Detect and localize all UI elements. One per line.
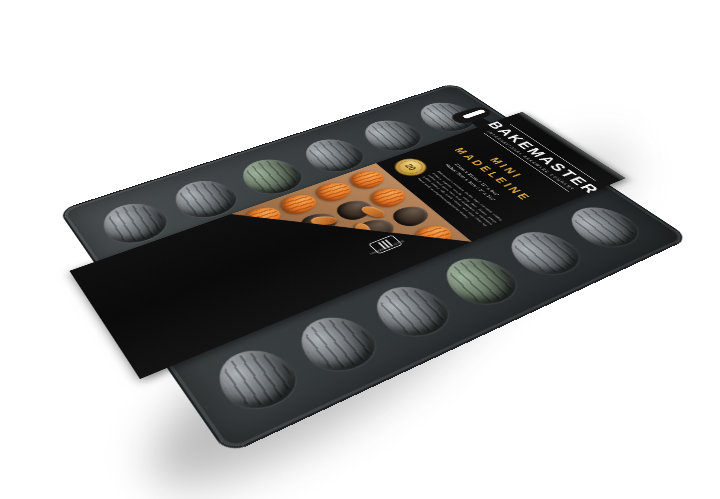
euro-slot-icon bbox=[462, 109, 486, 119]
product-photo-scene: BAKEMASTER INTERNATIONAL BAKEWARE COMPAN… bbox=[0, 0, 720, 499]
empty-photo-cavity bbox=[387, 203, 434, 230]
empty-photo-cavity bbox=[259, 223, 307, 251]
baked-madeleine bbox=[240, 204, 287, 231]
empty-photo-cavity bbox=[299, 264, 350, 296]
madeleine-cavity bbox=[205, 340, 308, 418]
baked-madeleine bbox=[410, 222, 459, 250]
madeleine-cavity bbox=[362, 278, 461, 344]
madeleine-cavity bbox=[432, 250, 528, 311]
empty-photo-cavity bbox=[337, 250, 387, 280]
madeleine-cavity bbox=[287, 308, 388, 379]
badge-number: 20 bbox=[403, 163, 419, 171]
empty-photo-cavity bbox=[316, 229, 365, 258]
empty-photo-cavity bbox=[278, 243, 327, 273]
